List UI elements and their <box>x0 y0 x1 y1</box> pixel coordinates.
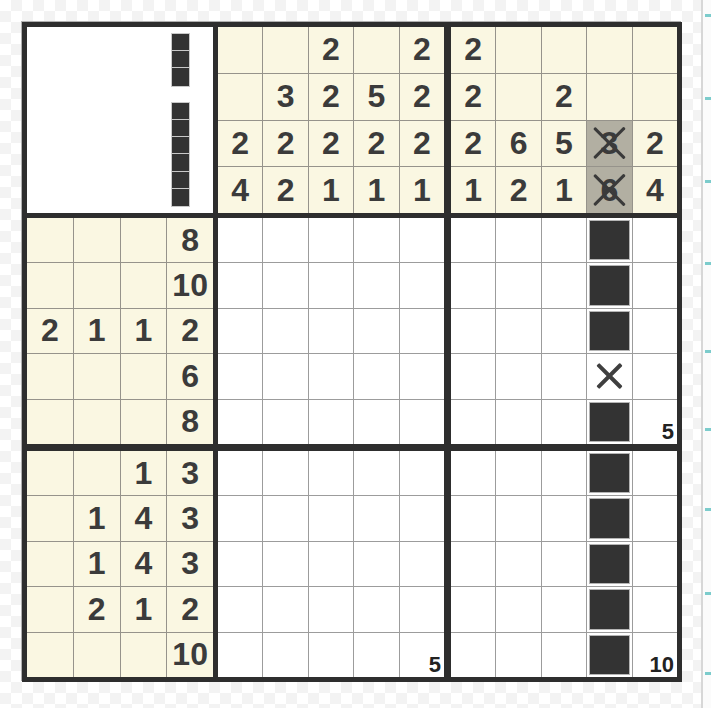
grid-cell[interactable] <box>400 263 444 307</box>
grid-cell[interactable] <box>400 587 444 631</box>
clue-number: 6 <box>510 125 528 162</box>
preview-cell <box>86 137 103 154</box>
preview-cell <box>154 189 171 206</box>
grid-cell[interactable] <box>354 354 398 398</box>
row-clue-cell <box>27 354 73 398</box>
col-clue-cell[interactable]: 2 <box>400 74 444 120</box>
grid-cell-filled[interactable] <box>587 400 631 444</box>
grid-cell[interactable] <box>309 263 353 307</box>
grid-cell-filled[interactable] <box>587 496 631 540</box>
clue-number: 2 <box>367 125 385 162</box>
preview-cell <box>154 51 171 68</box>
preview-cell <box>103 34 120 51</box>
grid-cell[interactable] <box>263 400 307 444</box>
grid-cell[interactable] <box>218 354 262 398</box>
preview-cell <box>172 86 189 103</box>
grid-cell[interactable] <box>263 496 307 540</box>
col-clue-cell[interactable]: 3 <box>587 121 631 167</box>
preview-cell <box>172 120 189 137</box>
col-clue-cell <box>263 27 307 73</box>
preview-cell <box>154 68 171 85</box>
row-clue-cell <box>74 633 120 677</box>
grid-cell[interactable] <box>400 400 444 444</box>
grid-cell[interactable] <box>451 400 495 444</box>
clue-number: 1 <box>134 455 152 492</box>
grid-cell[interactable] <box>263 587 307 631</box>
col-clue-cell[interactable]: 2 <box>400 27 444 73</box>
grid-cell[interactable] <box>218 587 262 631</box>
clue-number: 1 <box>322 172 340 209</box>
grid-cell[interactable] <box>400 309 444 353</box>
clue-number: 1 <box>134 591 152 628</box>
row-clue-cell <box>121 218 167 262</box>
preview-cell <box>103 154 120 171</box>
preview-cell <box>51 154 68 171</box>
row-clue-cell <box>121 263 167 307</box>
grid-cell[interactable] <box>451 542 495 586</box>
row-clue-cell[interactable]: 2 <box>167 309 213 353</box>
clue-number: 1 <box>134 312 152 349</box>
grid-cell[interactable] <box>496 354 540 398</box>
grid-cell-filled[interactable] <box>587 218 631 262</box>
grid-cell[interactable] <box>354 587 398 631</box>
clue-number: 1 <box>367 172 385 209</box>
row-clue-cell <box>74 263 120 307</box>
row-clue-cell[interactable]: 8 <box>167 218 213 262</box>
grid-cell[interactable] <box>354 542 398 586</box>
clue-number: 2 <box>555 78 573 115</box>
grid-cell[interactable] <box>496 496 540 540</box>
grid-cell[interactable] <box>354 218 398 262</box>
col-clue-cell[interactable]: 5 <box>354 74 398 120</box>
preview-cell <box>34 51 51 68</box>
grid-cell[interactable] <box>542 400 586 444</box>
preview-cell <box>51 68 68 85</box>
grid-cell[interactable] <box>218 633 262 677</box>
row-clue-cell[interactable]: 2 <box>167 587 213 631</box>
preview-cell <box>137 172 154 189</box>
col-clue-cell[interactable]: 2 <box>218 121 262 167</box>
grid-cell[interactable] <box>633 496 677 540</box>
preview-cell <box>86 86 103 103</box>
clue-number: 2 <box>322 78 340 115</box>
preview-cell <box>120 86 137 103</box>
grid-cell[interactable] <box>542 309 586 353</box>
preview-cell <box>51 120 68 137</box>
col-clue-cell[interactable]: 2 <box>496 167 540 213</box>
clue-number: 1 <box>555 172 573 209</box>
row-clue-cell[interactable]: 4 <box>121 542 167 586</box>
col-clue-cell[interactable]: 2 <box>400 121 444 167</box>
grid-cell[interactable] <box>400 354 444 398</box>
grid-cell[interactable] <box>542 354 586 398</box>
grid-cell-filled[interactable] <box>587 309 631 353</box>
grid-cell[interactable] <box>218 309 262 353</box>
grid-cell[interactable] <box>633 542 677 586</box>
clue-number: 1 <box>464 172 482 209</box>
grid-cell-marked-empty[interactable] <box>587 354 631 398</box>
grid-cell[interactable] <box>542 451 586 495</box>
grid-cell[interactable] <box>496 542 540 586</box>
preview-cell <box>34 68 51 85</box>
grid-cell[interactable]: 5 <box>633 400 677 444</box>
grid-cell[interactable] <box>218 218 262 262</box>
ruler-tick <box>705 262 711 265</box>
grid-cell[interactable] <box>400 218 444 262</box>
preview-cell <box>154 34 171 51</box>
col-clue-cell[interactable]: 4 <box>633 167 677 213</box>
preview-cell <box>154 120 171 137</box>
row-clue-cell[interactable]: 4 <box>121 496 167 540</box>
grid-coordinate-marker: 5 <box>662 420 674 444</box>
grid-coordinate-marker: 5 <box>429 653 441 677</box>
grid-cell[interactable] <box>633 309 677 353</box>
grid-cell[interactable] <box>400 496 444 540</box>
preview-cell <box>172 189 189 206</box>
clue-number: 10 <box>172 636 208 673</box>
col-clue-cell[interactable]: 2 <box>354 121 398 167</box>
preview-cell <box>172 103 189 120</box>
preview-cell <box>86 172 103 189</box>
grid-cell-filled[interactable] <box>587 542 631 586</box>
grid-cell[interactable] <box>451 263 495 307</box>
preview-cell <box>86 120 103 137</box>
grid-cell[interactable]: 5 <box>400 633 444 677</box>
row-clue-cell <box>27 587 73 631</box>
clue-number: 10 <box>172 267 208 304</box>
preview-cell <box>51 137 68 154</box>
grid-cell[interactable] <box>309 542 353 586</box>
preview-cell <box>34 103 51 120</box>
ruler-tick <box>705 14 711 17</box>
grid-cell[interactable] <box>633 587 677 631</box>
row-clue-cell[interactable]: 8 <box>167 400 213 444</box>
preview-cell <box>120 51 137 68</box>
clue-number: 3 <box>277 78 295 115</box>
grid-cell[interactable] <box>542 218 586 262</box>
row-clue-cell[interactable]: 1 <box>74 309 120 353</box>
col-clue-cell[interactable]: 1 <box>309 167 353 213</box>
grid-cell[interactable] <box>309 218 353 262</box>
preview-cell <box>120 172 137 189</box>
preview-cell <box>120 120 137 137</box>
grid-cell-filled[interactable] <box>587 587 631 631</box>
grid-cell[interactable] <box>542 633 586 677</box>
preview-cell <box>86 34 103 51</box>
grid-cell[interactable] <box>263 451 307 495</box>
preview-cell <box>137 51 154 68</box>
block-separator <box>27 444 213 451</box>
preview-cell <box>86 154 103 171</box>
preview-cell <box>137 103 154 120</box>
col-clue-cell[interactable]: 2 <box>309 74 353 120</box>
col-clue-cell <box>218 27 262 73</box>
clue-number: 4 <box>646 172 664 209</box>
preview-cell <box>68 103 85 120</box>
grid-cell[interactable] <box>263 354 307 398</box>
col-clue-cell[interactable]: 6 <box>496 121 540 167</box>
preview-cell <box>154 86 171 103</box>
preview-cell <box>34 120 51 137</box>
clue-number: 2 <box>413 78 431 115</box>
preview-cell <box>120 34 137 51</box>
preview-cell <box>172 34 189 51</box>
col-clue-cell[interactable]: 2 <box>451 74 495 120</box>
preview-cell <box>172 172 189 189</box>
preview-cell <box>103 189 120 206</box>
grid-cell[interactable] <box>633 354 677 398</box>
preview-cell <box>189 172 206 189</box>
col-clue-cell[interactable]: 1 <box>451 167 495 213</box>
col-clue-cell[interactable]: 5 <box>542 121 586 167</box>
clue-number: 1 <box>413 172 431 209</box>
ruler-tick <box>705 592 711 595</box>
row-clue-cell[interactable]: 3 <box>167 451 213 495</box>
preview-cell <box>189 86 206 103</box>
row-clue-cell <box>74 400 120 444</box>
col-clue-cell <box>496 27 540 73</box>
grid-cell[interactable] <box>218 496 262 540</box>
grid-cell[interactable] <box>633 218 677 262</box>
page-background: { "game": "nonogram", "board": {"rows": … <box>0 0 711 708</box>
grid-cell-filled[interactable] <box>587 633 631 677</box>
grid-cell[interactable] <box>633 451 677 495</box>
clue-number: 2 <box>181 312 199 349</box>
row-clue-cell <box>27 451 73 495</box>
clue-number: 2 <box>41 312 59 349</box>
row-clue-cell <box>121 633 167 677</box>
grid-cell[interactable] <box>309 400 353 444</box>
grid-cell[interactable] <box>400 451 444 495</box>
grid-cell[interactable] <box>354 400 398 444</box>
clue-number: 6 <box>181 358 199 395</box>
row-clue-cell[interactable]: 3 <box>167 496 213 540</box>
preview-cell <box>86 103 103 120</box>
col-clue-cell[interactable]: 3 <box>263 74 307 120</box>
grid-cell[interactable] <box>309 496 353 540</box>
row-clue-cell <box>74 218 120 262</box>
grid-cell[interactable] <box>309 309 353 353</box>
preview-cell <box>120 154 137 171</box>
nonogram-board: 22232522222222265324211112164 8102112681… <box>22 22 682 682</box>
col-clue-cell[interactable]: 2 <box>309 121 353 167</box>
column-clues-panel: 22232522222222265324211112164 <box>218 27 677 213</box>
clue-number: 5 <box>367 78 385 115</box>
clue-number: 2 <box>464 31 482 68</box>
row-clue-cell[interactable]: 1 <box>121 451 167 495</box>
col-clue-cell <box>354 27 398 73</box>
col-clue-cell[interactable]: 2 <box>451 121 495 167</box>
preview-cell <box>172 51 189 68</box>
grid-cell[interactable] <box>496 400 540 444</box>
row-clue-cell[interactable]: 2 <box>27 309 73 353</box>
preview-cell <box>68 86 85 103</box>
preview-cell <box>137 154 154 171</box>
row-clue-cell[interactable]: 10 <box>167 263 213 307</box>
preview-cell <box>86 189 103 206</box>
grid-cell[interactable] <box>218 451 262 495</box>
grid-cell[interactable] <box>263 309 307 353</box>
grid-cell[interactable] <box>263 263 307 307</box>
grid-cell[interactable] <box>309 451 353 495</box>
row-clue-cell <box>121 400 167 444</box>
grid-cell[interactable] <box>218 542 262 586</box>
col-clue-cell[interactable]: 6 <box>587 167 631 213</box>
grid-cell[interactable] <box>218 400 262 444</box>
grid-cell[interactable] <box>309 633 353 677</box>
clue-number: 2 <box>277 125 295 162</box>
preview-cell <box>68 68 85 85</box>
solution-preview-thumbnail <box>27 27 213 213</box>
clue-number: 2 <box>464 78 482 115</box>
grid-cell[interactable] <box>496 218 540 262</box>
grid-cell[interactable] <box>263 633 307 677</box>
grid-cell[interactable] <box>633 263 677 307</box>
col-clue-cell[interactable]: 1 <box>400 167 444 213</box>
row-clue-cell[interactable]: 6 <box>167 354 213 398</box>
grid-cell[interactable] <box>354 309 398 353</box>
clue-number: 8 <box>181 222 199 259</box>
col-clue-cell <box>542 27 586 73</box>
grid-cell[interactable] <box>451 587 495 631</box>
col-clue-cell[interactable]: 2 <box>309 27 353 73</box>
puzzle-grid: 5510 <box>218 218 677 677</box>
preview-cell <box>103 137 120 154</box>
clue-number: 2 <box>646 125 664 162</box>
row-clue-cell <box>27 263 73 307</box>
grid-cell[interactable] <box>496 587 540 631</box>
preview-cell <box>34 154 51 171</box>
grid-cell[interactable] <box>451 633 495 677</box>
preview-cell <box>137 68 154 85</box>
preview-cell <box>189 68 206 85</box>
preview-cell <box>189 154 206 171</box>
grid-cell[interactable] <box>496 451 540 495</box>
clue-number: 5 <box>555 125 573 162</box>
preview-cell <box>34 172 51 189</box>
row-clue-cell[interactable]: 10 <box>167 633 213 677</box>
grid-cell-filled[interactable] <box>587 451 631 495</box>
grid-cell[interactable] <box>542 542 586 586</box>
block-separator <box>444 27 451 213</box>
preview-cell <box>120 137 137 154</box>
grid-cell[interactable] <box>400 542 444 586</box>
clue-number: 1 <box>88 500 106 537</box>
preview-cell <box>68 154 85 171</box>
row-clue-cell[interactable]: 2 <box>74 587 120 631</box>
preview-cell <box>103 68 120 85</box>
grid-cell[interactable] <box>542 263 586 307</box>
grid-cell[interactable] <box>354 496 398 540</box>
grid-cell[interactable] <box>218 263 262 307</box>
grid-cell[interactable] <box>354 451 398 495</box>
grid-cell[interactable] <box>263 218 307 262</box>
grid-cell[interactable] <box>496 633 540 677</box>
preview-cell <box>154 103 171 120</box>
grid-cell[interactable] <box>309 587 353 631</box>
col-clue-cell[interactable]: 2 <box>263 167 307 213</box>
grid-cell[interactable] <box>309 354 353 398</box>
preview-cell <box>189 137 206 154</box>
grid-cell[interactable] <box>451 451 495 495</box>
col-clue-cell[interactable]: 4 <box>218 167 262 213</box>
preview-cell <box>103 120 120 137</box>
grid-cell[interactable] <box>496 309 540 353</box>
grid-cell[interactable] <box>451 354 495 398</box>
preview-cell <box>34 189 51 206</box>
clue-number: 1 <box>88 545 106 582</box>
preview-cell <box>86 68 103 85</box>
clue-number: 2 <box>231 125 249 162</box>
preview-cell <box>189 34 206 51</box>
grid-cell[interactable] <box>451 496 495 540</box>
row-clue-cell[interactable]: 3 <box>167 542 213 586</box>
preview-cell <box>189 103 206 120</box>
preview-cell <box>68 172 85 189</box>
preview-cell <box>137 189 154 206</box>
preview-cell <box>68 34 85 51</box>
clue-number: 2 <box>181 591 199 628</box>
row-clue-cell[interactable]: 1 <box>121 309 167 353</box>
col-clue-cell <box>587 27 631 73</box>
clue-number: 1 <box>88 312 106 349</box>
grid-cell[interactable] <box>496 263 540 307</box>
row-clue-cell[interactable]: 1 <box>121 587 167 631</box>
preview-cell <box>103 103 120 120</box>
preview-cell <box>68 189 85 206</box>
grid-cell[interactable] <box>451 218 495 262</box>
col-clue-cell[interactable]: 2 <box>542 74 586 120</box>
row-clue-cell <box>27 633 73 677</box>
grid-cell[interactable] <box>354 633 398 677</box>
preview-cell <box>51 103 68 120</box>
grid-cell[interactable] <box>451 309 495 353</box>
ruler-tick <box>705 428 711 431</box>
col-clue-cell <box>633 74 677 120</box>
grid-cell[interactable] <box>542 587 586 631</box>
preview-cell <box>34 34 51 51</box>
row-clue-cell <box>27 218 73 262</box>
row-clue-cell[interactable]: 1 <box>74 496 120 540</box>
grid-cell[interactable]: 10 <box>633 633 677 677</box>
row-clue-cell[interactable]: 1 <box>74 542 120 586</box>
preview-cell <box>172 137 189 154</box>
grid-cell-filled[interactable] <box>587 263 631 307</box>
ruler-tick <box>705 672 711 675</box>
col-clue-cell[interactable]: 2 <box>263 121 307 167</box>
col-clue-cell[interactable]: 1 <box>542 167 586 213</box>
col-clue-cell[interactable]: 2 <box>451 27 495 73</box>
preview-cell <box>51 189 68 206</box>
col-clue-cell[interactable]: 1 <box>354 167 398 213</box>
ruler-tick <box>705 97 711 100</box>
grid-cell[interactable] <box>354 263 398 307</box>
clue-number: 2 <box>277 172 295 209</box>
grid-cell[interactable] <box>542 496 586 540</box>
preview-cell <box>137 137 154 154</box>
col-clue-cell[interactable]: 2 <box>633 121 677 167</box>
clue-number: 4 <box>134 545 152 582</box>
preview-cell <box>120 103 137 120</box>
clue-number: 2 <box>322 125 340 162</box>
clue-number: 2 <box>510 172 528 209</box>
preview-cell <box>68 120 85 137</box>
clue-number: 2 <box>464 125 482 162</box>
row-clues-panel: 8102112681314314321210 <box>27 218 213 677</box>
grid-cell[interactable] <box>263 542 307 586</box>
preview-cell <box>86 51 103 68</box>
preview-cell <box>172 68 189 85</box>
